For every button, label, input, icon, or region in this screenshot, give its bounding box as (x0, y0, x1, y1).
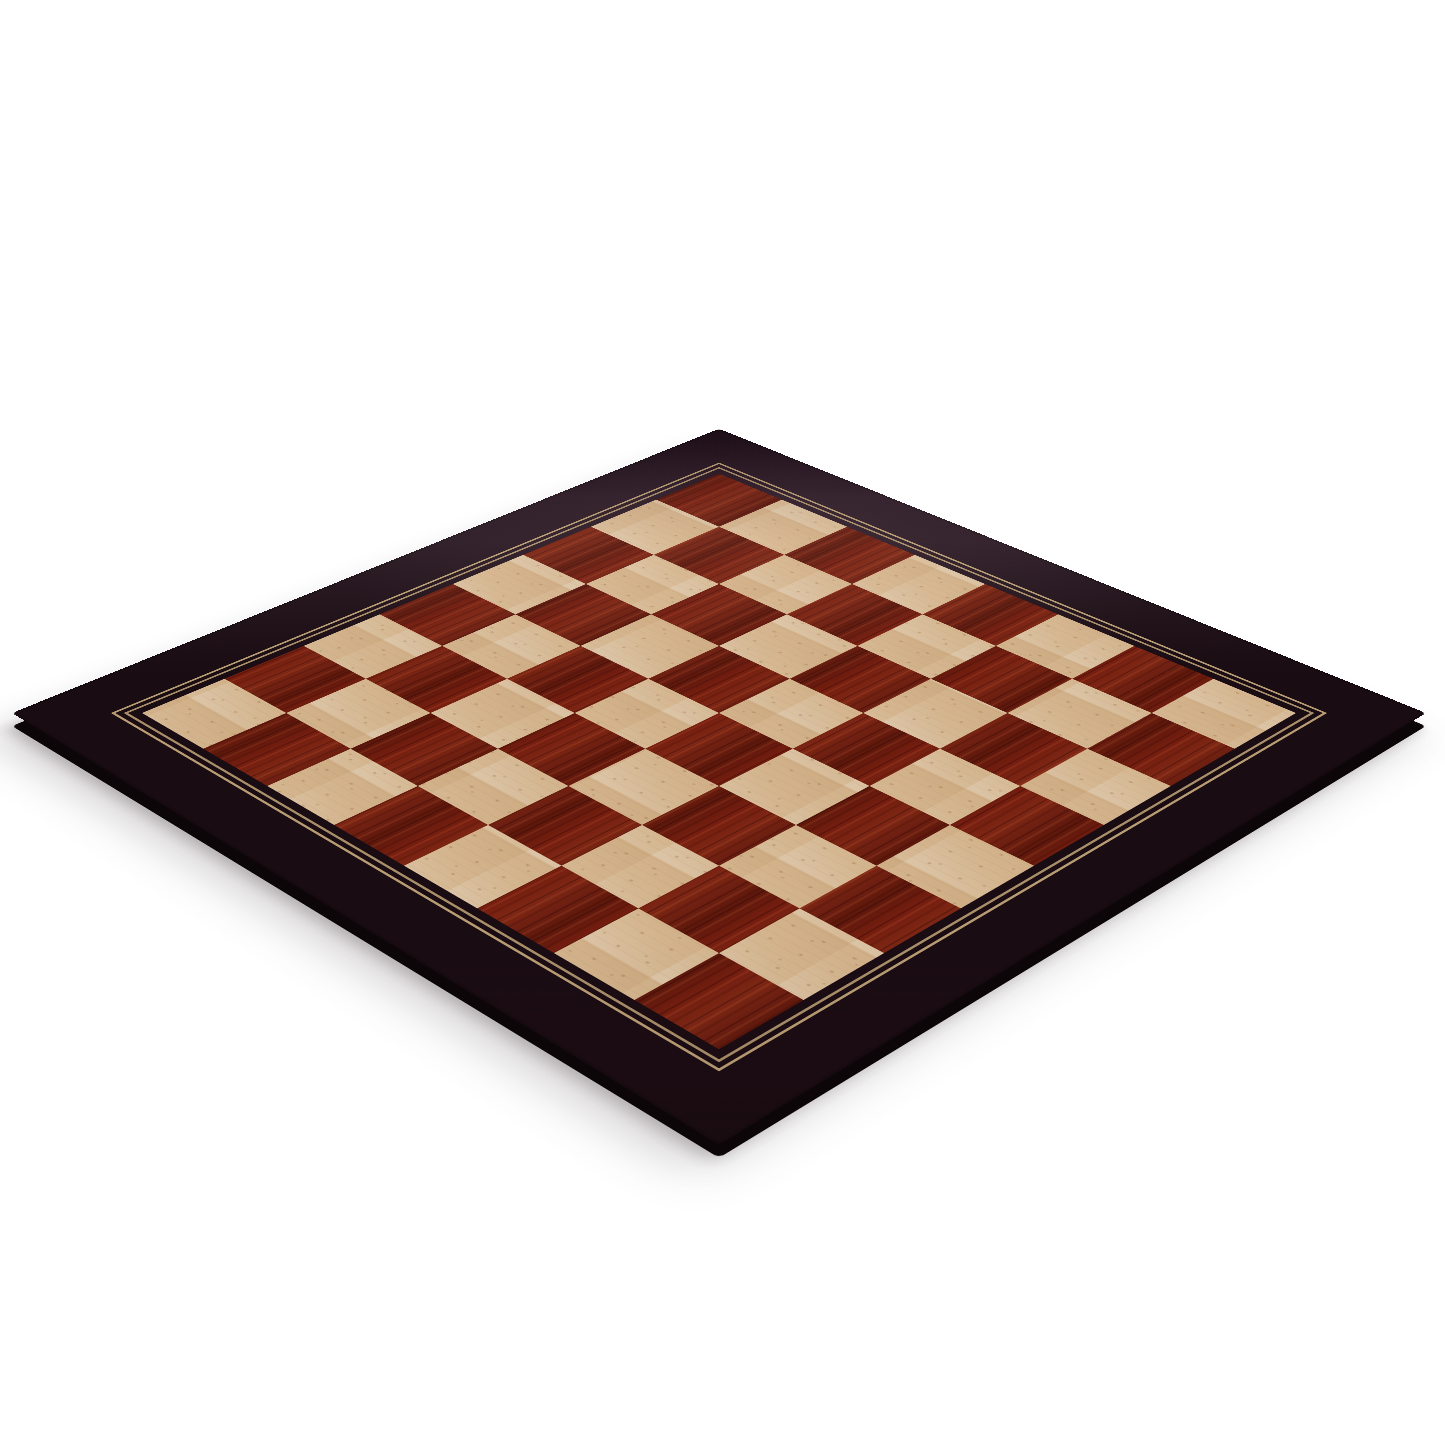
board-field (142, 474, 1296, 1050)
scene-background (0, 0, 1445, 1445)
board-top-layer (219, 213, 1219, 1213)
pinstripe-outer (111, 463, 1327, 1072)
pinstripe-inner (124, 467, 1315, 1062)
chessboard (12, 429, 1426, 1145)
